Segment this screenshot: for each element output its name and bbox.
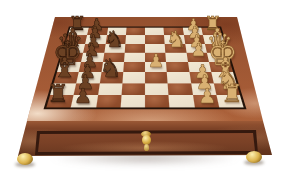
chess-set-product-photo: ♜♝♛♚♝♜♟♟♟♟♟♟♟♟♞♞♟♞♟♟♟♟♟♟♟♜♝♛♚♝♞♜ xyxy=(0,0,290,172)
brass-foot-left xyxy=(17,153,33,165)
white-rook-h1[interactable]: ♜ xyxy=(210,81,254,106)
drawer-knob-tip xyxy=(144,144,149,151)
square-h5[interactable] xyxy=(120,94,145,107)
square-h4[interactable] xyxy=(145,94,170,107)
black-pawn-h7[interactable]: ♟ xyxy=(61,86,105,107)
square-f4[interactable] xyxy=(145,72,168,83)
square-g5[interactable] xyxy=(121,83,145,95)
brass-foot-right xyxy=(246,151,262,163)
square-g4[interactable] xyxy=(145,83,169,95)
white-pawn-e4[interactable]: ♟ xyxy=(134,52,178,70)
